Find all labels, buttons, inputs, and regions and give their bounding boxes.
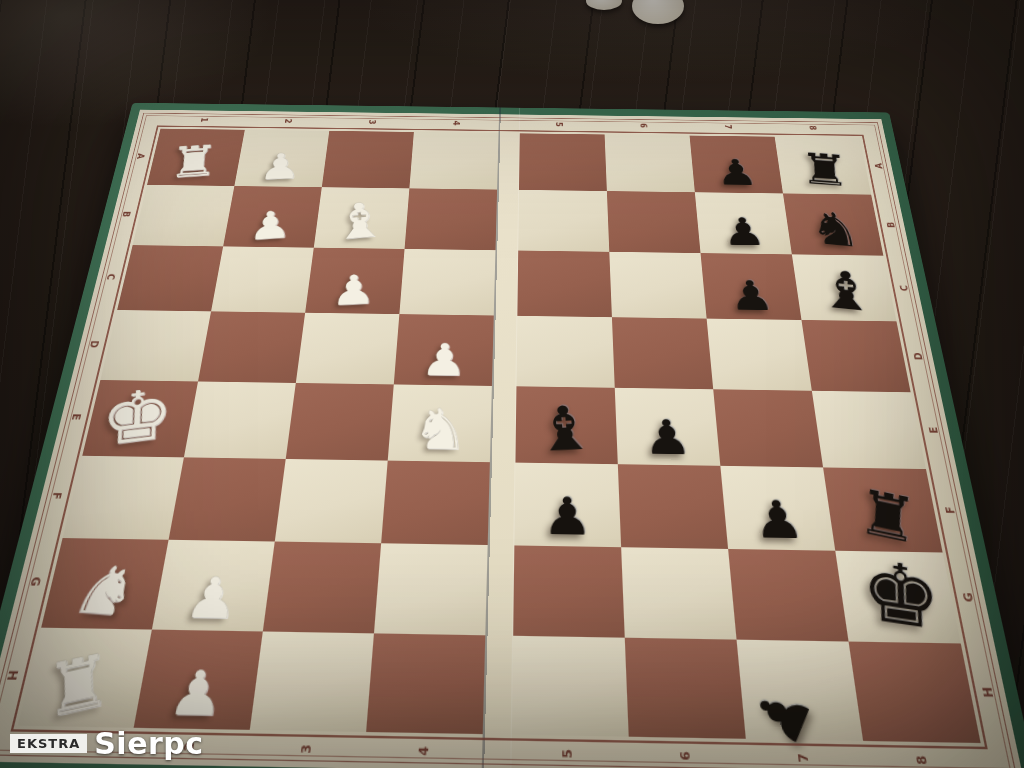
rank-labels-top-right: 5678 — [517, 116, 857, 135]
square-f2[interactable] — [169, 457, 286, 541]
square-a4[interactable] — [409, 132, 498, 190]
white-bishop[interactable]: ♝ — [331, 195, 388, 247]
board-green-edge: 1234 5678 1234 5678 ABCDEFGH ABCDEFGH ♜♟… — [0, 103, 1024, 768]
square-b8[interactable]: ♞ — [783, 193, 883, 255]
square-c2[interactable] — [211, 246, 314, 312]
square-g1[interactable]: ♞ — [41, 538, 168, 630]
square-d8[interactable] — [801, 320, 910, 392]
square-b1[interactable] — [133, 185, 235, 247]
square-g3[interactable] — [263, 542, 381, 634]
square-b7[interactable]: ♟ — [695, 192, 792, 254]
square-a8[interactable]: ♜ — [775, 137, 872, 195]
watermark-badge: EKSTRA — [10, 734, 87, 754]
square-e5[interactable]: ♝ — [515, 386, 617, 464]
square-b6[interactable] — [607, 191, 701, 253]
white-pawn[interactable]: ♟ — [165, 662, 229, 724]
rank-labels-bottom-right: 5678 — [508, 738, 984, 768]
black-pawn[interactable]: ♟ — [720, 213, 767, 252]
board-right-half: ♟♜♟♞♟♝♝♟♟♟♜♚♟ — [512, 133, 981, 743]
white-pawn[interactable]: ♟ — [420, 338, 468, 383]
square-a7[interactable]: ♟ — [690, 136, 783, 194]
square-h4[interactable] — [366, 633, 485, 734]
square-e3[interactable] — [286, 383, 394, 461]
square-d4[interactable]: ♟ — [394, 314, 494, 386]
square-f6[interactable] — [618, 464, 728, 549]
square-d1[interactable] — [100, 310, 211, 381]
square-f4[interactable] — [381, 461, 490, 545]
square-d2[interactable] — [198, 311, 305, 383]
square-e8[interactable] — [812, 391, 926, 469]
square-f5[interactable]: ♟ — [514, 463, 621, 548]
square-b3[interactable]: ♝ — [314, 187, 410, 249]
black-bishop[interactable]: ♝ — [532, 398, 599, 461]
square-g2[interactable]: ♟ — [152, 540, 275, 632]
square-a1[interactable]: ♜ — [147, 129, 245, 186]
square-a6[interactable] — [605, 134, 695, 192]
square-b2[interactable]: ♟ — [223, 186, 322, 248]
square-h2[interactable]: ♟ — [134, 630, 263, 730]
white-pawn[interactable]: ♟ — [258, 148, 302, 185]
square-c3[interactable]: ♟ — [305, 248, 404, 314]
square-f8[interactable]: ♜ — [823, 467, 943, 552]
square-h1[interactable]: ♜ — [18, 628, 152, 728]
black-pawn[interactable]: ♟ — [727, 275, 776, 316]
square-h7[interactable]: ♟ — [737, 640, 864, 741]
square-d3[interactable] — [296, 313, 400, 385]
square-g8[interactable]: ♚ — [835, 551, 961, 644]
captured-white-piece-base — [632, 0, 684, 24]
square-h3[interactable] — [250, 631, 374, 732]
black-pawn[interactable]: ♟ — [714, 155, 760, 191]
square-e4[interactable]: ♞ — [388, 384, 492, 462]
square-g7[interactable] — [728, 549, 848, 642]
square-g6[interactable] — [621, 547, 736, 639]
square-a2[interactable]: ♟ — [234, 130, 329, 187]
square-c5[interactable] — [517, 251, 612, 318]
playing-area: ♜♟♟♝♟♟♚♞♞♟♜♟ ♟♜♟♞♟♝♝♟♟♟♜♚♟ — [18, 129, 981, 743]
square-c8[interactable]: ♝ — [792, 254, 897, 321]
white-knight[interactable]: ♞ — [66, 556, 145, 627]
white-pawn[interactable]: ♟ — [331, 269, 376, 311]
square-f7[interactable]: ♟ — [720, 466, 835, 551]
square-c1[interactable] — [117, 245, 223, 311]
square-h8[interactable] — [849, 642, 981, 744]
square-f1[interactable] — [63, 456, 184, 540]
white-king[interactable]: ♚ — [99, 379, 174, 458]
white-rook[interactable]: ♜ — [44, 643, 113, 730]
black-pawn-fallen[interactable]: ♟ — [743, 676, 821, 756]
black-pawn[interactable]: ♟ — [750, 494, 806, 547]
black-pawn[interactable]: ♟ — [542, 490, 593, 543]
captured-white-piece-base — [586, 0, 622, 10]
square-c6[interactable] — [609, 252, 706, 319]
square-c7[interactable]: ♟ — [701, 253, 802, 320]
square-e6[interactable]: ♟ — [615, 388, 721, 466]
square-a5[interactable] — [519, 133, 607, 191]
square-e2[interactable] — [184, 381, 296, 458]
square-b4[interactable] — [405, 188, 498, 250]
square-d6[interactable] — [612, 317, 713, 389]
square-h5[interactable] — [512, 636, 629, 737]
watermark: EKSTRA Sierpc — [10, 726, 204, 761]
rank-labels-top-left: 1234 — [161, 112, 499, 131]
square-c4[interactable] — [399, 249, 495, 316]
square-h6[interactable] — [625, 638, 746, 739]
black-knight[interactable]: ♞ — [809, 205, 862, 255]
white-pawn[interactable]: ♟ — [182, 570, 243, 627]
table-scene: 1234 5678 1234 5678 ABCDEFGH ABCDEFGH ♜♟… — [0, 0, 1024, 768]
white-pawn[interactable]: ♟ — [248, 205, 292, 245]
square-d5[interactable] — [516, 316, 614, 388]
square-g5[interactable] — [513, 545, 625, 637]
black-bishop[interactable]: ♝ — [817, 263, 877, 320]
black-pawn[interactable]: ♟ — [642, 413, 693, 461]
square-a3[interactable] — [322, 131, 414, 189]
square-g4[interactable] — [374, 543, 488, 635]
white-rook[interactable]: ♜ — [167, 139, 220, 184]
square-d7[interactable] — [707, 319, 812, 391]
watermark-name: Sierpc — [94, 726, 203, 761]
board-border: 1234 5678 1234 5678 ABCDEFGH ABCDEFGH ♜♟… — [0, 110, 1024, 768]
square-f3[interactable] — [275, 459, 388, 543]
board-left-half: ♜♟♟♝♟♟♚♞♞♟♜♟ — [18, 129, 499, 734]
square-e1[interactable]: ♚ — [82, 380, 198, 457]
black-rook[interactable]: ♜ — [799, 147, 852, 193]
white-knight[interactable]: ♞ — [410, 401, 470, 458]
black-king[interactable]: ♚ — [861, 549, 943, 644]
square-b5[interactable] — [518, 190, 609, 252]
chess-board: 1234 5678 1234 5678 ABCDEFGH ABCDEFGH ♜♟… — [0, 103, 1024, 768]
square-e7[interactable] — [713, 389, 823, 467]
